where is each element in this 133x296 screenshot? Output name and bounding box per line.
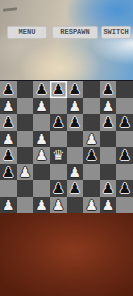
white-pawn: ♟ [2,198,15,212]
square-a7[interactable]: ♟ [0,98,17,115]
white-pawn: ♟ [102,99,115,113]
square-g4[interactable] [100,147,117,164]
white-pawn: ♟ [35,132,48,146]
square-f6[interactable] [83,114,100,131]
square-c1[interactable]: ♟ [33,197,50,214]
square-h6[interactable]: ♟ [116,114,133,131]
black-pawn: ♟ [102,82,115,96]
black-pawn: ♟ [52,82,65,96]
white-pawn: ♟ [2,132,15,146]
square-e7[interactable]: ♟ [67,98,84,115]
square-f1[interactable]: ♟ [83,197,100,214]
white-pawn: ♟ [35,198,48,212]
square-h3[interactable] [116,164,133,181]
square-c8[interactable]: ♟ [33,81,50,98]
square-d7[interactable] [50,98,67,115]
square-a4[interactable]: ♟ [0,147,17,164]
square-c2[interactable] [33,180,50,197]
white-pawn: ♟ [35,99,48,113]
square-e2[interactable]: ♟ [67,180,84,197]
square-f3[interactable] [83,164,100,181]
sky-background [0,0,133,80]
square-b2[interactable] [17,180,34,197]
square-f7[interactable] [83,98,100,115]
white-queen: ♛ [52,148,65,162]
square-f5[interactable]: ♟ [83,131,100,148]
black-pawn: ♟ [2,148,15,162]
menu-button[interactable]: MENU [7,26,47,39]
square-d5[interactable] [50,131,67,148]
chess-board: ♟♟♟♟♟♟♟♟♟♟♟♟♟♟♟♟♟♟♟♛♟♟♟♟♟♟♟♟♟♟♟♟♟♟ [0,80,133,213]
square-e5[interactable] [67,131,84,148]
square-a5[interactable]: ♟ [0,131,17,148]
white-pawn: ♟ [2,99,15,113]
square-b3[interactable]: ♟ [17,164,34,181]
square-d1[interactable]: ♟ [50,197,67,214]
white-pawn: ♟ [102,198,115,212]
square-a3[interactable]: ♟ [0,164,17,181]
square-g2[interactable]: ♟ [100,180,117,197]
black-pawn: ♟ [2,82,15,96]
square-h7[interactable] [116,98,133,115]
black-pawn: ♟ [52,115,65,129]
square-g5[interactable] [100,131,117,148]
black-pawn: ♟ [2,165,15,179]
square-g6[interactable]: ♟ [100,114,117,131]
square-g3[interactable] [100,164,117,181]
square-a2[interactable] [0,180,17,197]
square-g1[interactable]: ♟ [100,197,117,214]
white-pawn: ♟ [52,198,65,212]
square-b5[interactable] [17,131,34,148]
square-g8[interactable]: ♟ [100,81,117,98]
cloud-streak [3,7,17,11]
square-d2[interactable]: ♟ [50,180,67,197]
black-pawn: ♟ [69,82,82,96]
white-pawn: ♟ [85,132,98,146]
game-screen: MENU RESPAWN SWITCH ♟♟♟♟♟♟♟♟♟♟♟♟♟♟♟♟♟♟♟♛… [0,0,133,296]
square-f8[interactable] [83,81,100,98]
black-pawn: ♟ [85,148,98,162]
black-pawn: ♟ [118,115,131,129]
black-pawn: ♟ [2,115,15,129]
square-c4[interactable]: ♟ [33,147,50,164]
square-d4[interactable]: ♛ [50,147,67,164]
square-e6[interactable]: ♟ [67,114,84,131]
table-background: ♚♛♜♝♞♟♚♛♜♝♞♟ ↻ [0,213,133,296]
black-pawn: ♟ [102,115,115,129]
square-h1[interactable] [116,197,133,214]
white-pawn: ♟ [19,165,32,179]
black-pawn: ♟ [69,115,82,129]
square-a6[interactable]: ♟ [0,114,17,131]
black-pawn: ♟ [52,181,65,195]
square-b1[interactable] [17,197,34,214]
square-c7[interactable]: ♟ [33,98,50,115]
square-f2[interactable] [83,180,100,197]
square-b4[interactable] [17,147,34,164]
square-h5[interactable] [116,131,133,148]
square-c6[interactable] [33,114,50,131]
black-pawn: ♟ [118,181,131,195]
square-a1[interactable]: ♟ [0,197,17,214]
respawn-button[interactable]: RESPAWN [52,26,98,39]
white-pawn: ♟ [85,198,98,212]
square-b6[interactable] [17,114,34,131]
black-pawn: ♟ [69,181,82,195]
square-h4[interactable]: ♟ [116,147,133,164]
square-h2[interactable]: ♟ [116,180,133,197]
square-g7[interactable]: ♟ [100,98,117,115]
black-pawn: ♟ [118,148,131,162]
square-d6[interactable]: ♟ [50,114,67,131]
square-e4[interactable] [67,147,84,164]
square-d3[interactable] [50,164,67,181]
square-c3[interactable] [33,164,50,181]
black-pawn: ♟ [35,82,48,96]
square-b8[interactable] [17,81,34,98]
square-c5[interactable]: ♟ [33,131,50,148]
white-pawn: ♟ [69,99,82,113]
white-pawn: ♟ [35,148,48,162]
switch-button[interactable]: SWITCH [101,26,131,39]
white-pawn: ♟ [69,165,82,179]
square-a8[interactable]: ♟ [0,81,17,98]
square-f4[interactable]: ♟ [83,147,100,164]
square-b7[interactable] [17,98,34,115]
black-pawn: ♟ [102,181,115,195]
square-e8[interactable]: ♟ [67,81,84,98]
square-e3[interactable]: ♟ [67,164,84,181]
square-d8[interactable]: ♟ [50,81,67,98]
square-h8[interactable] [116,81,133,98]
square-e1[interactable] [67,197,84,214]
